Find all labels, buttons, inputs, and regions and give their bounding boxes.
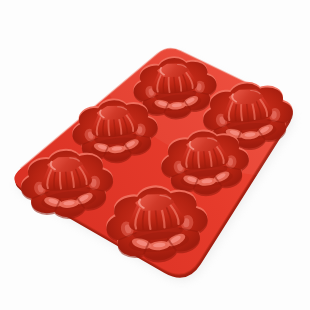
product-photo-svg [0,0,310,310]
product-photo [0,0,310,310]
